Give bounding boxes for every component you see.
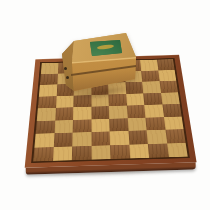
- board-square: [40, 73, 58, 85]
- board-square: [159, 81, 178, 93]
- board-square: [167, 143, 188, 158]
- board-square: [38, 96, 56, 108]
- board-square: [73, 119, 91, 133]
- board-square: [157, 59, 175, 70]
- board-square: [161, 92, 180, 104]
- board-square: [127, 117, 146, 130]
- box-nail-dot-icon: [64, 67, 67, 70]
- board-square: [91, 106, 109, 119]
- board-square: [39, 84, 57, 96]
- board-square: [162, 104, 182, 117]
- board-square: [91, 119, 110, 133]
- board-square: [91, 131, 110, 145]
- board-square: [41, 63, 58, 74]
- board-square: [53, 146, 73, 161]
- board-square: [129, 144, 149, 159]
- board-square: [72, 132, 91, 146]
- board-square: [165, 129, 186, 143]
- board-square: [33, 147, 53, 162]
- board-square: [73, 107, 91, 120]
- board-square: [55, 107, 73, 120]
- board-square: [53, 133, 72, 147]
- board-square: [36, 120, 55, 134]
- board-square: [91, 145, 110, 160]
- board-square: [144, 104, 163, 117]
- board-square: [110, 144, 130, 159]
- board-square: [128, 130, 148, 144]
- board-square: [109, 118, 128, 131]
- board-square: [163, 116, 183, 129]
- board-square: [72, 146, 91, 161]
- board-square: [145, 117, 165, 130]
- board-square: [37, 108, 56, 121]
- board-square: [158, 70, 176, 81]
- box-nail-dot-icon: [66, 76, 69, 79]
- board-square: [34, 133, 54, 147]
- board-square: [148, 143, 169, 158]
- wooden-pieces-box: [58, 27, 142, 97]
- board-square: [140, 60, 158, 71]
- board-square: [127, 105, 146, 118]
- board-square: [110, 131, 129, 145]
- photo-stage: [0, 0, 210, 210]
- board-square: [147, 130, 167, 144]
- board-square: [109, 106, 127, 119]
- board-square: [54, 120, 73, 134]
- board-square: [141, 70, 159, 82]
- board-square: [143, 93, 162, 105]
- board-square: [142, 81, 160, 93]
